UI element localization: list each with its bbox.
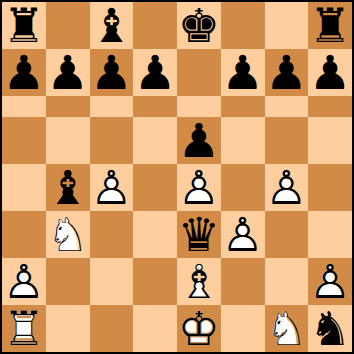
- white-pawn[interactable]: ♟♙: [178, 164, 220, 211]
- square-c7[interactable]: ♟: [90, 49, 134, 96]
- black-pawn-glyph: ♟: [134, 49, 176, 96]
- square-a4[interactable]: [2, 164, 46, 211]
- black-pawn-glyph: ♟: [90, 49, 132, 96]
- white-knight[interactable]: ♞♘: [47, 211, 89, 258]
- square-b7[interactable]: ♟: [46, 49, 90, 96]
- square-h1[interactable]: ♞: [308, 305, 352, 352]
- square-h7[interactable]: ♟: [308, 49, 352, 96]
- black-pawn[interactable]: ♟: [222, 49, 264, 96]
- square-c2[interactable]: [90, 258, 134, 305]
- black-rook-glyph: ♜: [3, 2, 45, 49]
- black-pawn-glyph: ♟: [3, 49, 45, 96]
- square-a3[interactable]: [2, 211, 46, 258]
- square-e5[interactable]: ♟: [177, 117, 221, 164]
- square-a2[interactable]: ♟♙: [2, 258, 46, 305]
- white-king[interactable]: ♚♔: [178, 305, 220, 352]
- white-pawn[interactable]: ♟♙: [222, 211, 264, 258]
- black-pawn[interactable]: ♟: [265, 49, 307, 96]
- black-pawn[interactable]: ♟: [90, 49, 132, 96]
- black-knight-glyph: ♞: [309, 305, 351, 352]
- black-pawn[interactable]: ♟: [134, 49, 176, 96]
- square-b1[interactable]: [46, 305, 90, 352]
- square-d3[interactable]: [133, 211, 177, 258]
- square-g4[interactable]: ♟♙: [265, 164, 309, 211]
- black-rook-glyph: ♜: [309, 2, 351, 49]
- square-g2[interactable]: [265, 258, 309, 305]
- square-d4[interactable]: [133, 164, 177, 211]
- black-queen-glyph: ♛: [178, 211, 220, 258]
- square-h2[interactable]: ♟♙: [308, 258, 352, 305]
- square-e1[interactable]: ♚♔: [177, 305, 221, 352]
- square-h6[interactable]: [308, 96, 352, 117]
- square-g3[interactable]: [265, 211, 309, 258]
- square-f1[interactable]: [221, 305, 265, 352]
- square-f7[interactable]: ♟: [221, 49, 265, 96]
- square-a7[interactable]: ♟: [2, 49, 46, 96]
- white-pawn[interactable]: ♟♙: [309, 258, 351, 305]
- black-pawn-glyph: ♟: [178, 117, 220, 164]
- white-pawn-glyph: ♙: [90, 164, 132, 211]
- square-a1[interactable]: ♜♖: [2, 305, 46, 352]
- square-c4[interactable]: ♟♙: [90, 164, 134, 211]
- white-pawn-glyph: ♙: [265, 164, 307, 211]
- black-pawn[interactable]: ♟: [178, 117, 220, 164]
- square-e2[interactable]: ♝♗: [177, 258, 221, 305]
- white-rook-glyph: ♖: [3, 305, 45, 352]
- black-knight[interactable]: ♞: [309, 305, 351, 352]
- black-pawn[interactable]: ♟: [47, 49, 89, 96]
- square-g1[interactable]: ♞♘: [265, 305, 309, 352]
- square-h5[interactable]: [308, 117, 352, 164]
- black-bishop[interactable]: ♝: [90, 2, 132, 49]
- chess-board: ♜♝♚♜♟♟♟♟♟♟♟♟♝♟♙♟♙♟♙♞♘♛♟♙♟♙♝♗♟♙♜♖♚♔♞♘♞: [0, 0, 354, 354]
- white-pawn[interactable]: ♟♙: [3, 258, 45, 305]
- black-bishop-glyph: ♝: [90, 2, 132, 49]
- square-c6[interactable]: [90, 96, 134, 117]
- square-f4[interactable]: [221, 164, 265, 211]
- square-h3[interactable]: [308, 211, 352, 258]
- white-pawn[interactable]: ♟♙: [265, 164, 307, 211]
- square-f6[interactable]: [221, 96, 265, 117]
- white-knight-glyph: ♘: [265, 305, 307, 352]
- black-pawn-glyph: ♟: [309, 49, 351, 96]
- square-d1[interactable]: [133, 305, 177, 352]
- square-f2[interactable]: [221, 258, 265, 305]
- square-e3[interactable]: ♛: [177, 211, 221, 258]
- square-d8[interactable]: [133, 2, 177, 49]
- black-pawn-glyph: ♟: [222, 49, 264, 96]
- white-pawn-glyph: ♙: [222, 211, 264, 258]
- square-a6[interactable]: [2, 96, 46, 117]
- black-pawn-glyph: ♟: [265, 49, 307, 96]
- black-pawn-glyph: ♟: [47, 49, 89, 96]
- square-a5[interactable]: [2, 117, 46, 164]
- square-b2[interactable]: [46, 258, 90, 305]
- black-king[interactable]: ♚: [178, 2, 220, 49]
- square-e4[interactable]: ♟♙: [177, 164, 221, 211]
- square-d6[interactable]: [133, 96, 177, 117]
- square-d5[interactable]: [133, 117, 177, 164]
- square-f8[interactable]: [221, 2, 265, 49]
- white-rook[interactable]: ♜♖: [3, 305, 45, 352]
- black-king-glyph: ♚: [178, 2, 220, 49]
- white-pawn-glyph: ♙: [309, 258, 351, 305]
- square-h4[interactable]: [308, 164, 352, 211]
- square-g5[interactable]: [265, 117, 309, 164]
- square-c1[interactable]: [90, 305, 134, 352]
- square-c3[interactable]: [90, 211, 134, 258]
- black-pawn[interactable]: ♟: [309, 49, 351, 96]
- white-pawn-glyph: ♙: [178, 164, 220, 211]
- square-d7[interactable]: ♟: [133, 49, 177, 96]
- square-d2[interactable]: [133, 258, 177, 305]
- square-b3[interactable]: ♞♘: [46, 211, 90, 258]
- white-pawn[interactable]: ♟♙: [90, 164, 132, 211]
- white-bishop[interactable]: ♝♗: [178, 258, 220, 305]
- square-f3[interactable]: ♟♙: [221, 211, 265, 258]
- black-bishop-glyph: ♝: [47, 164, 89, 211]
- white-king-glyph: ♔: [178, 305, 220, 352]
- black-pawn[interactable]: ♟: [3, 49, 45, 96]
- square-g6[interactable]: [265, 96, 309, 117]
- white-knight[interactable]: ♞♘: [265, 305, 307, 352]
- square-f5[interactable]: [221, 117, 265, 164]
- white-bishop-glyph: ♗: [178, 258, 220, 305]
- square-g8[interactable]: [265, 2, 309, 49]
- black-queen[interactable]: ♛: [178, 211, 220, 258]
- black-bishop[interactable]: ♝: [47, 164, 89, 211]
- square-h8[interactable]: ♜: [308, 2, 352, 49]
- black-rook[interactable]: ♜: [3, 2, 45, 49]
- square-b6[interactable]: [46, 96, 90, 117]
- square-e8[interactable]: ♚: [177, 2, 221, 49]
- black-rook[interactable]: ♜: [309, 2, 351, 49]
- square-c8[interactable]: ♝: [90, 2, 134, 49]
- square-b8[interactable]: [46, 2, 90, 49]
- white-knight-glyph: ♘: [47, 211, 89, 258]
- square-b5[interactable]: [46, 117, 90, 164]
- square-b4[interactable]: ♝: [46, 164, 90, 211]
- white-pawn-glyph: ♙: [3, 258, 45, 305]
- square-g7[interactable]: ♟: [265, 49, 309, 96]
- square-c5[interactable]: [90, 117, 134, 164]
- square-e7[interactable]: [177, 49, 221, 96]
- square-a8[interactable]: ♜: [2, 2, 46, 49]
